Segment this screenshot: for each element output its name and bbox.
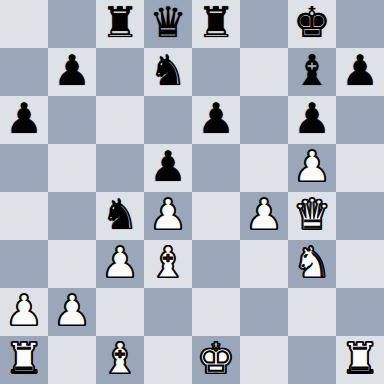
square-d8[interactable]: ♛ (144, 0, 192, 48)
piece-white-rook[interactable]: ♜ (5, 335, 43, 383)
piece-white-knight[interactable]: ♞ (293, 239, 331, 287)
square-g2[interactable] (288, 288, 336, 336)
square-d4[interactable]: ♟ (144, 192, 192, 240)
square-c8[interactable]: ♜ (96, 0, 144, 48)
square-h2[interactable] (336, 288, 384, 336)
piece-black-pawn[interactable]: ♟ (5, 95, 43, 143)
square-e6[interactable]: ♟ (192, 96, 240, 144)
piece-black-king[interactable]: ♚ (293, 0, 331, 47)
square-g7[interactable]: ♝ (288, 48, 336, 96)
square-e2[interactable] (192, 288, 240, 336)
square-b2[interactable]: ♟ (48, 288, 96, 336)
square-c5[interactable] (96, 144, 144, 192)
piece-white-pawn[interactable]: ♟ (101, 239, 139, 287)
piece-white-queen[interactable]: ♛ (293, 191, 331, 239)
square-c4[interactable]: ♞ (96, 192, 144, 240)
square-c7[interactable] (96, 48, 144, 96)
square-g3[interactable]: ♞ (288, 240, 336, 288)
square-h1[interactable]: ♜ (336, 336, 384, 384)
piece-white-pawn[interactable]: ♟ (245, 191, 283, 239)
square-b3[interactable] (48, 240, 96, 288)
square-a6[interactable]: ♟ (0, 96, 48, 144)
piece-white-pawn[interactable]: ♟ (5, 287, 43, 335)
square-e5[interactable] (192, 144, 240, 192)
piece-black-knight[interactable]: ♞ (101, 191, 139, 239)
square-b6[interactable] (48, 96, 96, 144)
piece-black-pawn[interactable]: ♟ (197, 95, 235, 143)
chess-board: ♜♛♜♚♟♞♝♟♟♟♟♟♟♞♟♟♛♟♝♞♟♟♜♝♚♜ (0, 0, 384, 384)
piece-black-queen[interactable]: ♛ (149, 0, 187, 47)
square-g1[interactable] (288, 336, 336, 384)
square-c3[interactable]: ♟ (96, 240, 144, 288)
square-f7[interactable] (240, 48, 288, 96)
square-c6[interactable] (96, 96, 144, 144)
piece-white-bishop[interactable]: ♝ (101, 335, 139, 383)
square-d2[interactable] (144, 288, 192, 336)
square-a1[interactable]: ♜ (0, 336, 48, 384)
square-h4[interactable] (336, 192, 384, 240)
piece-black-knight[interactable]: ♞ (149, 47, 187, 95)
square-b8[interactable] (48, 0, 96, 48)
square-d3[interactable]: ♝ (144, 240, 192, 288)
piece-black-pawn[interactable]: ♟ (149, 143, 187, 191)
square-e1[interactable]: ♚ (192, 336, 240, 384)
square-a7[interactable] (0, 48, 48, 96)
square-b4[interactable] (48, 192, 96, 240)
square-h8[interactable] (336, 0, 384, 48)
piece-white-pawn[interactable]: ♟ (149, 191, 187, 239)
square-f5[interactable] (240, 144, 288, 192)
piece-black-bishop[interactable]: ♝ (293, 47, 331, 95)
piece-white-king[interactable]: ♚ (197, 335, 235, 383)
square-a8[interactable] (0, 0, 48, 48)
square-e4[interactable] (192, 192, 240, 240)
square-f2[interactable] (240, 288, 288, 336)
square-h7[interactable]: ♟ (336, 48, 384, 96)
square-a4[interactable] (0, 192, 48, 240)
square-f4[interactable]: ♟ (240, 192, 288, 240)
square-g8[interactable]: ♚ (288, 0, 336, 48)
square-g4[interactable]: ♛ (288, 192, 336, 240)
piece-black-pawn[interactable]: ♟ (53, 47, 91, 95)
square-a3[interactable] (0, 240, 48, 288)
square-d1[interactable] (144, 336, 192, 384)
square-f8[interactable] (240, 0, 288, 48)
square-a2[interactable]: ♟ (0, 288, 48, 336)
square-b5[interactable] (48, 144, 96, 192)
square-c2[interactable] (96, 288, 144, 336)
square-f3[interactable] (240, 240, 288, 288)
square-h6[interactable] (336, 96, 384, 144)
square-d5[interactable]: ♟ (144, 144, 192, 192)
piece-black-pawn[interactable]: ♟ (293, 95, 331, 143)
square-a5[interactable] (0, 144, 48, 192)
square-b1[interactable] (48, 336, 96, 384)
piece-black-pawn[interactable]: ♟ (341, 47, 379, 95)
square-e7[interactable] (192, 48, 240, 96)
square-g6[interactable]: ♟ (288, 96, 336, 144)
square-d7[interactable]: ♞ (144, 48, 192, 96)
square-g5[interactable]: ♟ (288, 144, 336, 192)
piece-white-bishop[interactable]: ♝ (149, 239, 187, 287)
square-e3[interactable] (192, 240, 240, 288)
square-h3[interactable] (336, 240, 384, 288)
square-f6[interactable] (240, 96, 288, 144)
piece-black-rook[interactable]: ♜ (101, 0, 139, 47)
piece-black-rook[interactable]: ♜ (197, 0, 235, 47)
square-e8[interactable]: ♜ (192, 0, 240, 48)
square-d6[interactable] (144, 96, 192, 144)
piece-white-pawn[interactable]: ♟ (53, 287, 91, 335)
piece-white-pawn[interactable]: ♟ (293, 143, 331, 191)
square-f1[interactable] (240, 336, 288, 384)
square-c1[interactable]: ♝ (96, 336, 144, 384)
piece-white-rook[interactable]: ♜ (341, 335, 379, 383)
square-h5[interactable] (336, 144, 384, 192)
square-b7[interactable]: ♟ (48, 48, 96, 96)
